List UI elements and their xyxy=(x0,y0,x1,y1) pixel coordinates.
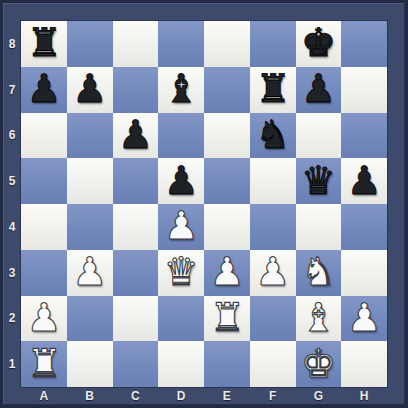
white-pawn[interactable]: ♟ xyxy=(209,252,244,291)
white-pawn[interactable]: ♟ xyxy=(26,298,61,337)
square-g3[interactable]: ♞ xyxy=(296,250,342,296)
file-label-d: D xyxy=(158,387,204,405)
square-f2[interactable] xyxy=(250,296,296,342)
square-a4[interactable] xyxy=(21,204,67,250)
square-a7[interactable]: ♟ xyxy=(21,67,67,113)
square-d8[interactable] xyxy=(158,21,204,67)
file-label-c: C xyxy=(113,387,159,405)
square-b4[interactable] xyxy=(67,204,113,250)
square-c1[interactable] xyxy=(113,341,159,387)
square-c6[interactable]: ♟ xyxy=(113,113,159,159)
square-h5[interactable]: ♟ xyxy=(341,158,387,204)
square-c4[interactable] xyxy=(113,204,159,250)
square-e6[interactable] xyxy=(204,113,250,159)
white-rook[interactable]: ♜ xyxy=(26,344,61,383)
rank-label-6: 6 xyxy=(3,113,21,159)
square-h3[interactable] xyxy=(341,250,387,296)
square-f5[interactable] xyxy=(250,158,296,204)
square-g8[interactable]: ♚ xyxy=(296,21,342,67)
white-rook[interactable]: ♜ xyxy=(209,298,244,337)
square-b8[interactable] xyxy=(67,21,113,67)
white-knight[interactable]: ♞ xyxy=(301,252,336,291)
square-b3[interactable]: ♟ xyxy=(67,250,113,296)
white-pawn[interactable]: ♟ xyxy=(347,298,382,337)
square-a5[interactable] xyxy=(21,158,67,204)
square-d7[interactable]: ♝ xyxy=(158,67,204,113)
square-h4[interactable] xyxy=(341,204,387,250)
square-a3[interactable] xyxy=(21,250,67,296)
rank-label-5: 5 xyxy=(3,158,21,204)
square-g1[interactable]: ♚ xyxy=(296,341,342,387)
file-label-h: H xyxy=(341,387,387,405)
square-a2[interactable]: ♟ xyxy=(21,296,67,342)
square-c2[interactable] xyxy=(113,296,159,342)
white-bishop[interactable]: ♝ xyxy=(301,298,336,337)
file-label-a: A xyxy=(21,387,67,405)
square-f8[interactable] xyxy=(250,21,296,67)
black-pawn[interactable]: ♟ xyxy=(164,161,199,200)
white-king[interactable]: ♚ xyxy=(301,344,336,383)
black-pawn[interactable]: ♟ xyxy=(72,69,107,108)
square-d2[interactable] xyxy=(158,296,204,342)
rank-label-2: 2 xyxy=(3,296,21,342)
rank-label-7: 7 xyxy=(3,67,21,113)
black-pawn[interactable]: ♟ xyxy=(118,115,153,154)
square-d4[interactable]: ♟ xyxy=(158,204,204,250)
white-pawn[interactable]: ♟ xyxy=(255,252,290,291)
white-pawn[interactable]: ♟ xyxy=(72,252,107,291)
square-e2[interactable]: ♜ xyxy=(204,296,250,342)
black-pawn[interactable]: ♟ xyxy=(301,69,336,108)
rank-label-1: 1 xyxy=(3,341,21,387)
square-d6[interactable] xyxy=(158,113,204,159)
square-f4[interactable] xyxy=(250,204,296,250)
black-bishop[interactable]: ♝ xyxy=(164,69,199,108)
square-e8[interactable] xyxy=(204,21,250,67)
square-e4[interactable] xyxy=(204,204,250,250)
square-b7[interactable]: ♟ xyxy=(67,67,113,113)
square-a1[interactable]: ♜ xyxy=(21,341,67,387)
square-c3[interactable] xyxy=(113,250,159,296)
square-g2[interactable]: ♝ xyxy=(296,296,342,342)
white-pawn[interactable]: ♟ xyxy=(164,206,199,245)
black-king[interactable]: ♚ xyxy=(301,23,336,62)
square-g4[interactable] xyxy=(296,204,342,250)
black-pawn[interactable]: ♟ xyxy=(26,69,61,108)
rank-label-4: 4 xyxy=(3,204,21,250)
chess-board-frame: 87654321 ABCDEFGH ♜♚♟♟♝♜♟♟♞♟♛♟♟♟♛♟♟♞♟♜♝♟… xyxy=(0,0,408,408)
square-e7[interactable] xyxy=(204,67,250,113)
file-label-f: F xyxy=(250,387,296,405)
square-h6[interactable] xyxy=(341,113,387,159)
square-f3[interactable]: ♟ xyxy=(250,250,296,296)
square-c7[interactable] xyxy=(113,67,159,113)
white-queen[interactable]: ♛ xyxy=(164,252,199,291)
square-c5[interactable] xyxy=(113,158,159,204)
black-pawn[interactable]: ♟ xyxy=(347,161,382,200)
black-rook[interactable]: ♜ xyxy=(26,23,61,62)
square-h7[interactable] xyxy=(341,67,387,113)
file-label-b: B xyxy=(67,387,113,405)
black-rook[interactable]: ♜ xyxy=(255,69,290,108)
black-queen[interactable]: ♛ xyxy=(301,161,336,200)
square-g5[interactable]: ♛ xyxy=(296,158,342,204)
square-g7[interactable]: ♟ xyxy=(296,67,342,113)
file-labels: ABCDEFGH xyxy=(21,387,387,405)
square-d1[interactable] xyxy=(158,341,204,387)
square-h1[interactable] xyxy=(341,341,387,387)
rank-label-8: 8 xyxy=(3,21,21,67)
file-label-g: G xyxy=(296,387,342,405)
board: ♜♚♟♟♝♜♟♟♞♟♛♟♟♟♛♟♟♞♟♜♝♟♜♚ xyxy=(21,21,387,387)
square-g6[interactable] xyxy=(296,113,342,159)
square-h8[interactable] xyxy=(341,21,387,67)
black-knight[interactable]: ♞ xyxy=(255,115,290,154)
square-f6[interactable]: ♞ xyxy=(250,113,296,159)
square-b6[interactable] xyxy=(67,113,113,159)
square-e3[interactable]: ♟ xyxy=(204,250,250,296)
square-h2[interactable]: ♟ xyxy=(341,296,387,342)
square-b1[interactable] xyxy=(67,341,113,387)
file-label-e: E xyxy=(204,387,250,405)
square-b5[interactable] xyxy=(67,158,113,204)
square-e5[interactable] xyxy=(204,158,250,204)
rank-label-3: 3 xyxy=(3,250,21,296)
square-e1[interactable] xyxy=(204,341,250,387)
square-a6[interactable] xyxy=(21,113,67,159)
square-f7[interactable]: ♜ xyxy=(250,67,296,113)
square-f1[interactable] xyxy=(250,341,296,387)
square-d3[interactable]: ♛ xyxy=(158,250,204,296)
square-a8[interactable]: ♜ xyxy=(21,21,67,67)
rank-labels: 87654321 xyxy=(3,21,21,387)
square-c8[interactable] xyxy=(113,21,159,67)
square-b2[interactable] xyxy=(67,296,113,342)
square-d5[interactable]: ♟ xyxy=(158,158,204,204)
